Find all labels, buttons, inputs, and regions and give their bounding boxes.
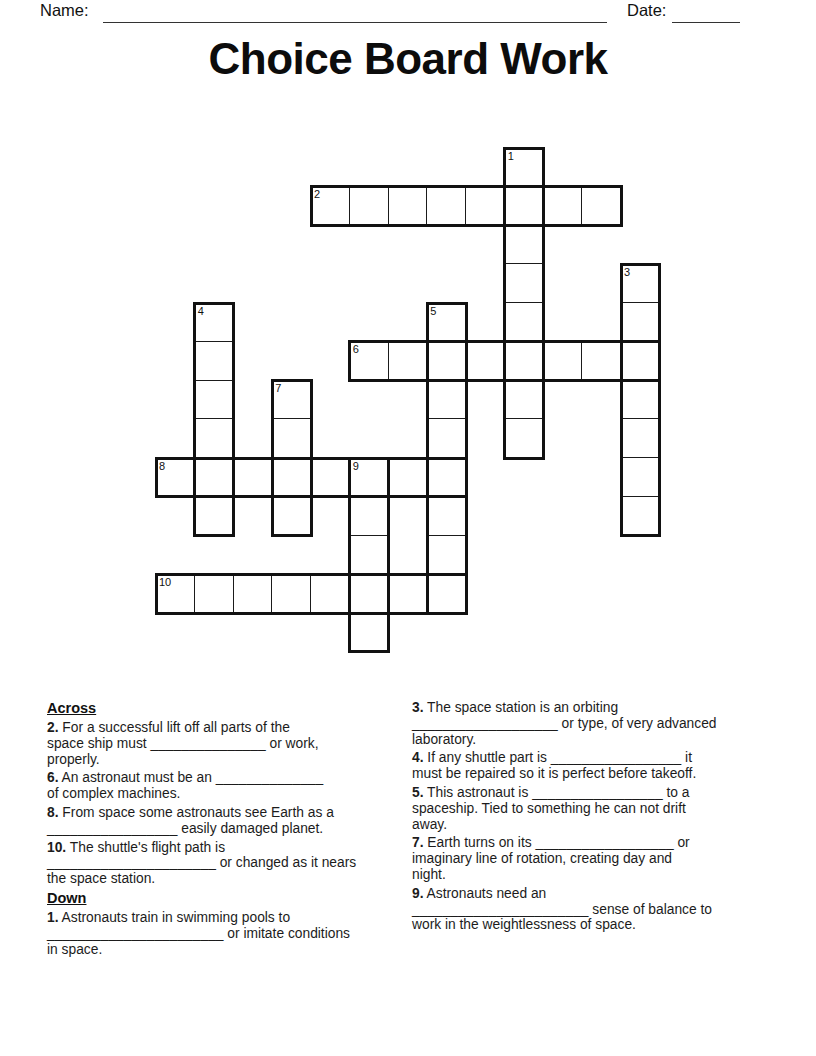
grid-cell-r9c1[interactable] (194, 496, 234, 536)
clues-header-down: Down (47, 890, 407, 906)
clue-8: 8. From space some astronauts see Earth … (47, 805, 407, 837)
clue-text: The shuttle's flight path is ___________… (47, 840, 356, 887)
grid-cell-r5c7[interactable] (426, 341, 466, 381)
clue-text: Astronauts train in swimming pools to __… (47, 910, 350, 957)
grid-cell-r8c5[interactable] (349, 457, 389, 497)
clue-number-label: 5. (412, 785, 424, 800)
grid-cell-r5c8[interactable] (465, 341, 505, 381)
grid-cell-r11c4[interactable] (310, 573, 350, 613)
clue-text: Earth turns on its __________________ or… (412, 835, 690, 882)
clues-column-right: 3. The space station is an orbiting ____… (412, 700, 776, 936)
clue-number-label: 1. (47, 910, 59, 925)
grid-cell-r7c3[interactable] (271, 418, 311, 458)
clue-number-label: 10. (47, 840, 66, 855)
grid-cell-r1c8[interactable] (465, 186, 505, 226)
grid-cell-r11c5[interactable] (349, 573, 389, 613)
grid-cell-r9c3[interactable] (271, 496, 311, 536)
grid-cell-r1c5[interactable] (349, 186, 389, 226)
grid-cell-r5c10[interactable] (543, 341, 583, 381)
crossword-grid: 12345678910 (156, 148, 660, 652)
grid-cell-r6c3[interactable] (271, 380, 311, 420)
clue-number-label: 7. (412, 835, 424, 850)
grid-cell-r6c7[interactable] (426, 380, 466, 420)
grid-cell-r4c9[interactable] (504, 302, 544, 342)
grid-cell-r1c9[interactable] (504, 186, 544, 226)
grid-cell-r2c9[interactable] (504, 225, 544, 265)
grid-cell-r1c10[interactable] (543, 186, 583, 226)
date-fill-line[interactable] (672, 22, 740, 23)
grid-cell-r11c0[interactable] (155, 573, 195, 613)
grid-cell-r4c1[interactable] (194, 302, 234, 342)
grid-cell-r3c9[interactable] (504, 263, 544, 303)
clue-number-label: 3. (412, 700, 424, 715)
grid-cell-r1c7[interactable] (426, 186, 466, 226)
grid-cell-r4c12[interactable] (620, 302, 660, 342)
grid-cell-r12c5[interactable] (349, 612, 389, 652)
clue-10: 10. The shuttle's flight path is _______… (47, 840, 407, 887)
name-label: Name: (40, 1, 89, 20)
grid-cell-r8c7[interactable] (426, 457, 466, 497)
grid-cell-r9c12[interactable] (620, 496, 660, 536)
grid-cell-r8c3[interactable] (271, 457, 311, 497)
clue-6: 6. An astronaut must be an _____________… (47, 770, 407, 802)
grid-cell-r8c2[interactable] (233, 457, 273, 497)
clue-text: Astronauts need an _____________________… (412, 886, 712, 933)
grid-cell-r10c5[interactable] (349, 535, 389, 575)
grid-cell-r11c7[interactable] (426, 573, 466, 613)
clue-3: 3. The space station is an orbiting ____… (412, 700, 776, 747)
clue-5: 5. This astronaut is _________________ t… (412, 785, 776, 832)
grid-cell-r11c2[interactable] (233, 573, 273, 613)
grid-cell-r8c12[interactable] (620, 457, 660, 497)
clue-number-label: 9. (412, 886, 424, 901)
grid-cell-r5c6[interactable] (388, 341, 428, 381)
grid-cell-r6c12[interactable] (620, 380, 660, 420)
grid-cell-r1c11[interactable] (581, 186, 621, 226)
date-label: Date: (627, 1, 666, 20)
grid-cell-r9c5[interactable] (349, 496, 389, 536)
clue-2: 2. For a successful lift off all parts o… (47, 720, 407, 767)
grid-cell-r0c9[interactable] (504, 147, 544, 187)
clue-text: For a successful lift off all parts of t… (47, 720, 319, 767)
grid-cell-r8c4[interactable] (310, 457, 350, 497)
grid-cell-r8c6[interactable] (388, 457, 428, 497)
grid-cell-r11c3[interactable] (271, 573, 311, 613)
grid-cell-r5c5[interactable] (349, 341, 389, 381)
clue-text: From space some astronauts see Earth as … (47, 805, 334, 836)
page-title: Choice Board Work (0, 34, 816, 84)
clues-column-left: Across2. For a successful lift off all p… (47, 700, 407, 960)
grid-cell-r7c1[interactable] (194, 418, 234, 458)
clues-header-across: Across (47, 700, 407, 716)
grid-cell-r10c7[interactable] (426, 535, 466, 575)
clue-1: 1. Astronauts train in swimming pools to… (47, 910, 407, 957)
grid-cell-r8c0[interactable] (155, 457, 195, 497)
clue-7: 7. Earth turns on its __________________… (412, 835, 776, 882)
grid-cell-r6c9[interactable] (504, 380, 544, 420)
name-fill-line[interactable] (103, 22, 607, 23)
clue-number-label: 4. (412, 750, 424, 765)
worksheet-page: Name: Date: Choice Board Work 1234567891… (0, 0, 816, 1056)
clue-text: The space station is an orbiting _______… (412, 700, 717, 747)
grid-cell-r11c1[interactable] (194, 573, 234, 613)
grid-cell-r11c6[interactable] (388, 573, 428, 613)
grid-cell-r1c4[interactable] (310, 186, 350, 226)
grid-cell-r7c7[interactable] (426, 418, 466, 458)
grid-cell-r5c9[interactable] (504, 341, 544, 381)
clue-4: 4. If any shuttle part is ______________… (412, 750, 776, 782)
clue-text: This astronaut is _________________ to a… (412, 785, 689, 832)
grid-cell-r5c11[interactable] (581, 341, 621, 381)
clue-number-label: 2. (47, 720, 59, 735)
grid-cell-r7c12[interactable] (620, 418, 660, 458)
grid-cell-r3c12[interactable] (620, 263, 660, 303)
grid-cell-r9c7[interactable] (426, 496, 466, 536)
clue-9: 9. Astronauts need an __________________… (412, 886, 776, 933)
clue-number-label: 6. (47, 770, 59, 785)
clue-text: If any shuttle part is _________________… (412, 750, 696, 781)
grid-cell-r1c6[interactable] (388, 186, 428, 226)
grid-cell-r8c1[interactable] (194, 457, 234, 497)
grid-cell-r4c7[interactable] (426, 302, 466, 342)
grid-cell-r6c1[interactable] (194, 380, 234, 420)
clue-number-label: 8. (47, 805, 59, 820)
grid-cell-r5c12[interactable] (620, 341, 660, 381)
grid-cell-r7c9[interactable] (504, 418, 544, 458)
clue-text: An astronaut must be an ______________ o… (47, 770, 323, 801)
